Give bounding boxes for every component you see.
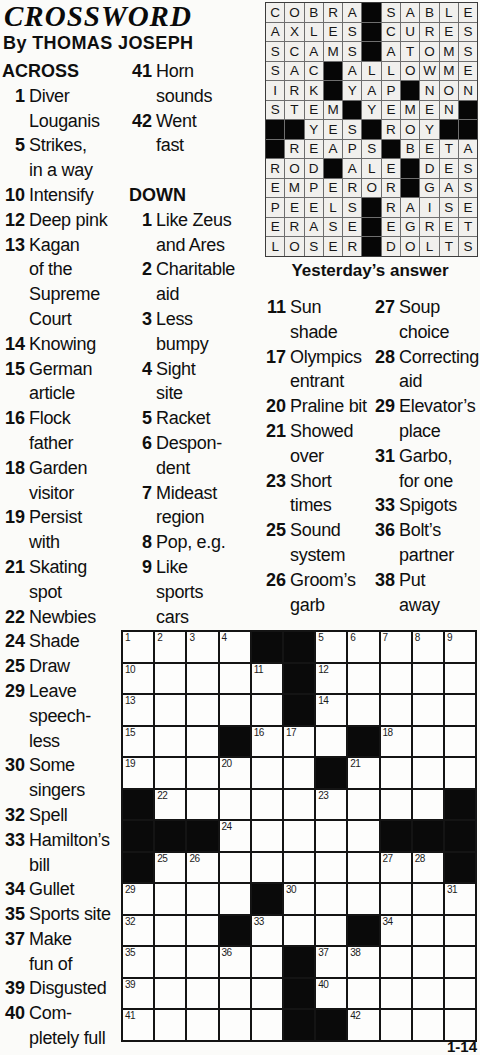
clue-line: less [29,729,128,754]
answer-letter-cell: T [440,140,458,159]
answer-black-cell [362,42,380,61]
puzzle-cell[interactable] [348,979,378,1009]
puzzle-cell[interactable]: 29 [123,884,153,914]
clue-text: Persist [29,507,82,527]
puzzle-cell[interactable] [187,727,217,757]
clue-text: Like Zeus [156,210,231,230]
clue-line: garb [290,593,372,618]
answer-letter-cell: M [285,179,303,198]
clue-text: Diver [29,86,70,106]
clue-line: 3Less [156,307,262,332]
cell-number: 16 [254,728,264,738]
puzzle-cell[interactable] [381,695,411,725]
puzzle-cell[interactable]: 24 [220,821,250,851]
clue: 4Sightsite [129,357,262,407]
puzzle-cell[interactable]: 25 [155,853,185,883]
clue-number: 13 [2,233,25,258]
clue-text: Shade [29,631,80,651]
puzzle-cell[interactable] [445,727,475,757]
answer-letter-cell: S [343,120,361,139]
clue-number: 37 [2,927,25,952]
puzzle-cell[interactable] [155,1010,185,1040]
puzzle-black-cell [220,727,250,757]
puzzle-cell[interactable]: 35 [123,947,153,977]
answer-black-cell [266,120,284,139]
puzzle-cell[interactable]: 34 [381,916,411,946]
puzzle-cell[interactable]: 40 [316,979,346,1009]
yesterdays-answer-grid: COBRASABLEAXLESCURESSCAMSATOMSSACALLOWME… [265,2,478,257]
answer-letter-cell: O [440,81,458,100]
clue-number: 26 [263,568,286,593]
cell-number: 33 [254,917,264,927]
puzzle-cell[interactable] [252,821,282,851]
clue-text: in a way [29,160,93,180]
puzzle-cell[interactable]: 42 [348,1010,378,1040]
puzzle-cell[interactable] [348,664,378,694]
answer-letter-cell: A [305,218,323,237]
cell-number: 38 [350,948,360,958]
puzzle-cell[interactable]: 21 [348,758,378,788]
puzzle-cell[interactable] [381,758,411,788]
answer-black-cell [324,62,342,81]
puzzle-cell[interactable] [348,821,378,851]
clue-number: 22 [2,605,25,630]
puzzle-cell[interactable] [284,916,314,946]
puzzle-cell[interactable]: 14 [316,695,346,725]
puzzle-cell[interactable]: 6 [348,632,378,662]
clue-text: place [399,421,441,441]
puzzle-cell[interactable] [220,1010,250,1040]
clue-text: Leave [29,681,77,701]
clue-text: Newbies [29,607,96,627]
clue-column-across-down: 41Hornsounds42WentfastDOWN1Like Zeusand … [129,59,262,629]
clue-number: 1 [2,84,25,109]
clue-number: 8 [129,530,152,555]
answer-letter-cell: A [343,62,361,81]
puzzle-cell[interactable]: 16 [252,727,282,757]
clue: 23Shorttimes [263,469,372,519]
clue-text: entrant [290,371,344,391]
answer-letter-cell: E [440,159,458,178]
puzzle-cell[interactable]: 38 [348,947,378,977]
clue-text: Praline bit [290,396,367,416]
clue: 38Putaway [372,568,480,618]
clue-text: Garden [29,458,87,478]
puzzle-cell[interactable] [187,947,217,977]
clue: 22Newbies [2,605,128,630]
clue-text: Groom’s [290,570,356,590]
puzzle-cell[interactable]: 26 [187,853,217,883]
puzzle-cell[interactable]: 28 [413,853,443,883]
puzzle-cell[interactable]: 11 [252,664,282,694]
answer-letter-cell: S [343,23,361,42]
clue: 14Knowing [2,332,128,357]
clue-text: partner [399,545,454,565]
puzzle-cell[interactable] [381,790,411,820]
puzzle-cell[interactable] [445,758,475,788]
answer-letter-cell: S [266,42,284,61]
puzzle-black-cell [252,884,282,914]
puzzle-cell[interactable] [284,790,314,820]
cell-number: 18 [383,728,393,738]
clue-text: Garbo, [399,446,452,466]
answer-letter-cell: R [285,140,303,159]
clue: 31Garbo,for one [372,444,480,494]
answer-letter-cell: O [401,237,419,256]
answer-black-cell [401,179,419,198]
puzzle-cell[interactable]: 17 [284,727,314,757]
answer-black-cell [324,159,342,178]
puzzle-cell[interactable] [413,947,443,977]
clue-text: Spell [29,805,68,825]
answer-black-cell [362,218,380,237]
clue-text: Charitable [156,259,235,279]
clue-number: 11 [263,295,286,320]
answer-letter-cell: L [362,62,380,81]
cell-number: 13 [125,696,135,706]
byline: By THOMAS JOSEPH [3,33,193,54]
puzzle-black-cell [284,695,314,725]
clue-number: 32 [2,803,25,828]
answer-letter-cell: A [401,3,419,22]
puzzle-cell[interactable]: 37 [316,947,346,977]
clue-text: Court [29,309,72,329]
clue-text: sounds [156,86,212,106]
puzzle-cell[interactable]: 8 [413,632,443,662]
puzzle-black-cell [284,979,314,1009]
puzzle-cell[interactable] [187,664,217,694]
puzzle-cell[interactable] [252,853,282,883]
puzzle-cell[interactable] [187,916,217,946]
clue-number: 21 [263,419,286,444]
clue-line: 8Pop, e.g. [156,530,262,555]
answer-letter-cell: R [285,81,303,100]
puzzle-cell[interactable]: 41 [123,1010,153,1040]
puzzle-cell[interactable]: 27 [381,853,411,883]
clue-text: aid [399,371,422,391]
clue-line: dent [156,456,262,481]
puzzle-cell[interactable] [413,916,443,946]
puzzle-cell[interactable] [413,884,443,914]
puzzle-cell[interactable] [220,853,250,883]
puzzle-cell[interactable] [155,758,185,788]
clue: 13Kaganof theSupremeCourt [2,233,128,332]
clue-number: 42 [129,109,152,134]
answer-letter-cell: R [343,179,361,198]
answer-letter-cell: O [285,159,303,178]
puzzle-cell[interactable] [381,947,411,977]
puzzle-cell[interactable] [413,727,443,757]
puzzle-black-cell [284,632,314,662]
answer-letter-cell: O [285,237,303,256]
puzzle-cell[interactable] [187,1010,217,1040]
clue-line: 13Kagan [29,233,128,258]
clue-line: 25Sound [290,518,372,543]
puzzle-cell[interactable] [220,695,250,725]
puzzle-cell[interactable] [220,884,250,914]
answer-black-cell [362,198,380,217]
answer-letter-cell: A [305,42,323,61]
puzzle-cell[interactable] [413,758,443,788]
puzzle-cell[interactable] [348,790,378,820]
cell-number: 21 [350,759,360,769]
puzzle-cell[interactable]: 2 [155,632,185,662]
answer-letter-cell: Y [343,81,361,100]
puzzle-cell[interactable] [413,695,443,725]
puzzle-cell[interactable] [316,853,346,883]
puzzle-cell[interactable] [155,884,185,914]
puzzle-cell[interactable] [220,979,250,1009]
answer-letter-cell: E [440,218,458,237]
clue-line: aid [156,282,262,307]
answer-letter-cell: T [440,237,458,256]
answer-letter-cell: C [305,62,323,81]
puzzle-cell[interactable]: 7 [381,632,411,662]
clue-text: Spigots [399,495,457,515]
puzzle-cell[interactable]: 39 [123,979,153,1009]
answer-letter-cell: L [440,3,458,22]
puzzle-cell[interactable] [445,979,475,1009]
answer-letter-cell: R [343,237,361,256]
answer-letter-cell: S [324,218,342,237]
clue-text: Like [156,557,188,577]
cell-number: 39 [125,980,135,990]
puzzle-cell[interactable] [155,727,185,757]
puzzle-cell[interactable] [381,979,411,1009]
answer-letter-cell: C [266,3,284,22]
clue-line: 1Diver [29,84,128,109]
clue-line: choice [399,320,480,345]
answer-black-cell [382,140,400,159]
puzzle-cell[interactable]: 22 [155,790,185,820]
puzzle-cell[interactable]: 3 [187,632,217,662]
answer-letter-cell: E [266,218,284,237]
cell-number: 9 [447,633,452,643]
puzzle-cell[interactable] [252,1010,282,1040]
clue: 18Gardenvisitor [2,456,128,506]
puzzle-cell[interactable] [252,947,282,977]
clue-line: sports [156,580,262,605]
answer-letter-cell: L [382,62,400,81]
answer-letter-cell: B [305,3,323,22]
clue-line: over [290,444,372,469]
answer-letter-cell: A [440,179,458,198]
clue-text: fun of [29,954,72,974]
clue-line: Supreme [29,282,128,307]
puzzle-cell[interactable] [284,758,314,788]
clue-text: Despon- [156,433,222,453]
clue-text: Put [399,570,425,590]
puzzle-cell[interactable] [252,790,282,820]
cell-number: 30 [286,885,296,895]
clue: 5Strikes,in a way [2,133,128,183]
clue: 39Disgusted [2,976,128,1001]
clue-number: 35 [2,902,25,927]
clue-line: sounds [156,84,262,109]
clue: 36Bolt’spartner [372,518,480,568]
answer-black-cell [362,237,380,256]
clue-line: site [156,381,262,406]
puzzle-cell[interactable] [381,664,411,694]
clue-number: 33 [372,493,395,518]
puzzle-cell[interactable] [155,664,185,694]
clue: 35Sports site [2,902,128,927]
puzzle-cell[interactable]: 18 [381,727,411,757]
clue-text: over [290,446,324,466]
clue-text: Olympics [290,347,362,367]
puzzle-black-cell [155,821,185,851]
puzzle-cell[interactable] [316,884,346,914]
puzzle-cell[interactable] [445,1010,475,1040]
puzzle-cell[interactable]: 20 [220,758,250,788]
puzzle-cell[interactable]: 10 [123,664,153,694]
clue-number: 7 [129,481,152,506]
answer-letter-cell: S [343,42,361,61]
clue-text: with [29,532,60,552]
answer-letter-cell: E [459,198,477,217]
puzzle-cell[interactable] [316,821,346,851]
puzzle-cell[interactable] [187,979,217,1009]
clue-number: 20 [263,394,286,419]
clue-text: dent [156,458,190,478]
cell-number: 27 [383,854,393,864]
clue-text: Skating [29,557,87,577]
clue-text: Bolt’s [399,520,441,540]
clue-number: 6 [129,431,152,456]
puzzle-cell[interactable] [252,979,282,1009]
puzzle-cell[interactable] [413,664,443,694]
clue-line: shade [290,320,372,345]
puzzle-cell[interactable] [381,884,411,914]
puzzle-cell[interactable] [413,790,443,820]
cell-number: 36 [222,948,232,958]
clue-number: 5 [2,133,25,158]
puzzle-cell[interactable] [316,916,346,946]
puzzle-cell[interactable] [187,884,217,914]
clue-line: partner [399,543,480,568]
clue-line: times [290,493,372,518]
puzzle-cell[interactable] [155,979,185,1009]
clue-number: 34 [2,877,25,902]
answer-letter-cell: N [440,101,458,120]
clue: 34Gullet [2,877,128,902]
clue-text: singers [29,780,85,800]
clue-line: 30Some [29,753,128,778]
puzzle-cell[interactable]: 15 [123,727,153,757]
puzzle-cell[interactable] [187,758,217,788]
answer-black-cell [401,159,419,178]
puzzle-cell[interactable] [187,790,217,820]
clue-line: 33Hamilton’s [29,828,128,853]
clue-text: Louganis [29,111,100,131]
answer-letter-cell: S [440,198,458,217]
clue-number: 12 [2,208,25,233]
puzzle-cell[interactable] [316,727,346,757]
answer-letter-cell: S [459,159,477,178]
puzzle-cell[interactable]: 5 [316,632,346,662]
cell-number: 15 [125,728,135,738]
puzzle-cell[interactable]: 32 [123,916,153,946]
puzzle-cell[interactable] [348,884,378,914]
clue-line: 19Persist [29,505,128,530]
puzzle-cell[interactable]: 9 [445,632,475,662]
answer-black-cell [324,81,342,100]
clue-line: 41Horn [156,59,262,84]
puzzle-cell[interactable]: 1 [123,632,153,662]
clue-number: 17 [263,345,286,370]
answer-letter-cell: D [305,159,323,178]
clue-number: 24 [2,629,25,654]
yesterdays-answer-caption: Yesterday’s answer [260,261,480,281]
puzzle-cell[interactable] [284,853,314,883]
puzzle-cell[interactable]: 36 [220,947,250,977]
answer-letter-cell: B [401,140,419,159]
clue-text: sports [156,582,203,602]
puzzle-cell[interactable]: 12 [316,664,346,694]
puzzle-cell[interactable]: 23 [316,790,346,820]
clue: 26Groom’sgarb [263,568,372,618]
answer-letter-cell: C [382,23,400,42]
puzzle-cell[interactable]: 31 [445,884,475,914]
clue-text: cars [156,607,189,627]
clue-text: Strikes, [29,135,87,155]
puzzle-cell[interactable] [445,664,475,694]
cell-number: 32 [125,917,135,927]
clue-text: Soup [399,297,440,317]
clue-text: Short [290,471,332,491]
puzzle-cell[interactable]: 4 [220,632,250,662]
clue-line: 15German [29,357,128,382]
puzzle-cell[interactable] [220,790,250,820]
puzzle-cell[interactable]: 19 [123,758,153,788]
puzzle-cell[interactable] [348,853,378,883]
puzzle-black-cell [348,727,378,757]
puzzle-cell[interactable] [445,947,475,977]
puzzle-cell[interactable]: 30 [284,884,314,914]
clue-text: Make [29,929,72,949]
clue-line: 35Sports site [29,902,128,927]
puzzle-cell[interactable] [155,916,185,946]
puzzle-cell[interactable] [381,1010,411,1040]
clue-number: 16 [2,406,25,431]
puzzle-cell[interactable] [252,695,282,725]
puzzle-cell[interactable] [284,821,314,851]
puzzle-cell[interactable]: 13 [123,695,153,725]
puzzle-cell[interactable] [413,979,443,1009]
puzzle-cell[interactable] [413,1010,443,1040]
cell-number: 22 [157,791,167,801]
across-heading: ACROSS [2,59,128,84]
puzzle-cell[interactable] [155,947,185,977]
puzzle-cell[interactable] [155,695,185,725]
answer-letter-cell: E [285,198,303,217]
cell-number: 5 [318,633,323,643]
answer-letter-cell: R [382,120,400,139]
puzzle-cell[interactable] [187,695,217,725]
answer-letter-cell: G [420,179,438,198]
clue-text: and Ares [156,235,225,255]
clue-number: 25 [2,654,25,679]
puzzle-cell[interactable] [220,664,250,694]
puzzle-cell[interactable] [252,758,282,788]
puzzle-cell[interactable] [445,695,475,725]
clue-text: Supreme [29,284,100,304]
puzzle-cell[interactable] [445,916,475,946]
puzzle-cell[interactable] [348,695,378,725]
clue-number: 9 [129,555,152,580]
answer-letter-cell: M [440,62,458,81]
puzzle-cell[interactable]: 33 [252,916,282,946]
